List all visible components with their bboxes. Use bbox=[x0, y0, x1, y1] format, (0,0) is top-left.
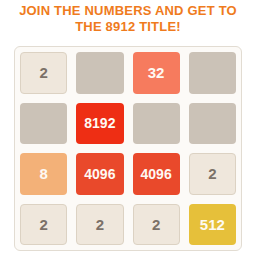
empty-cell bbox=[133, 103, 180, 145]
tile-2: 2 bbox=[133, 204, 180, 246]
tile-32: 32 bbox=[133, 52, 180, 94]
tile-2: 2 bbox=[20, 204, 67, 246]
empty-cell bbox=[189, 103, 236, 145]
game-title: JOIN THE NUMBERS AND GET TO THE 8912 TIT… bbox=[0, 3, 256, 35]
tile-2: 2 bbox=[20, 52, 67, 94]
tile-2: 2 bbox=[76, 204, 123, 246]
tile-8: 8 bbox=[20, 153, 67, 195]
tile-4096: 4096 bbox=[133, 153, 180, 195]
game-title-line2: THE 8912 TITLE! bbox=[75, 19, 181, 34]
tile-4096: 4096 bbox=[76, 153, 123, 195]
empty-cell bbox=[20, 103, 67, 145]
tile-512: 512 bbox=[189, 204, 236, 246]
empty-cell bbox=[189, 52, 236, 94]
game-title-line1: JOIN THE NUMBERS AND GET TO bbox=[19, 3, 237, 18]
empty-cell bbox=[76, 52, 123, 94]
tile-2: 2 bbox=[189, 153, 236, 195]
tile-8192: 8192 bbox=[76, 103, 123, 145]
game-board-2048[interactable]: 23281928409640962222512 bbox=[14, 46, 242, 251]
